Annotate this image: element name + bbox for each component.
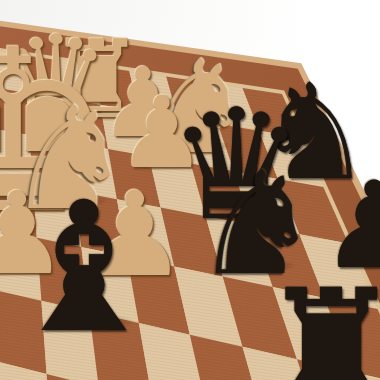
pieces-layer: ♜♛♟♞♟♞♚♞♛♟♞♟♟♝♜ [0, 0, 380, 380]
chess-set-photo: ♜♛♟♞♟♞♚♞♛♟♞♟♟♝♜ [0, 0, 380, 380]
black-bishop-glyph: ♝ [3, 178, 164, 358]
black-rook-glyph: ♜ [258, 268, 380, 380]
